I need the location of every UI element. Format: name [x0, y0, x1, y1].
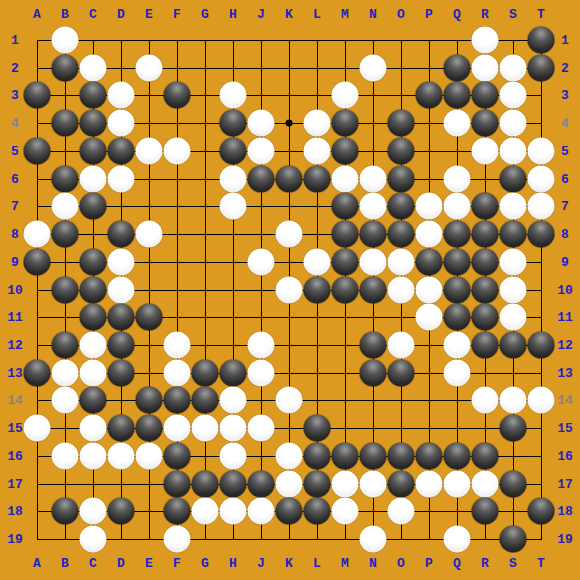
column-label-top: A [33, 7, 41, 22]
stone-black-T1[interactable] [528, 27, 555, 54]
stone-black-L16[interactable] [304, 442, 331, 469]
column-label-bottom: B [61, 556, 69, 571]
column-label-top: S [509, 7, 517, 22]
stone-black-B4[interactable] [52, 110, 79, 137]
stone-white-E5[interactable] [136, 137, 163, 164]
stone-white-Q13[interactable] [444, 359, 471, 386]
stone-black-R4[interactable] [472, 110, 499, 137]
column-label-top: J [257, 7, 265, 22]
stone-white-D3[interactable] [108, 82, 135, 109]
column-label-top: K [285, 7, 293, 22]
stone-black-Q11[interactable] [444, 304, 471, 331]
stone-black-F14[interactable] [164, 387, 191, 414]
stone-white-R1[interactable] [472, 27, 499, 54]
stone-black-R3[interactable] [472, 82, 499, 109]
column-label-bottom: L [313, 556, 321, 571]
column-label-bottom: O [397, 556, 405, 571]
row-label-right: 16 [557, 448, 573, 463]
stone-white-S11[interactable] [500, 304, 527, 331]
stone-white-N2[interactable] [360, 54, 387, 81]
stone-white-J9[interactable] [248, 248, 275, 275]
column-label-bottom: F [173, 556, 181, 571]
row-label-right: 2 [561, 60, 569, 75]
stone-white-L9[interactable] [304, 248, 331, 275]
stone-black-O16[interactable] [388, 442, 415, 469]
stone-black-J17[interactable] [248, 470, 275, 497]
column-label-top: D [117, 7, 125, 22]
stone-black-F16[interactable] [164, 442, 191, 469]
stone-black-S15[interactable] [500, 415, 527, 442]
stone-black-D5[interactable] [108, 137, 135, 164]
column-label-bottom: H [229, 556, 237, 571]
stone-white-P10[interactable] [416, 276, 443, 303]
stone-black-R7[interactable] [472, 193, 499, 220]
stone-black-Q16[interactable] [444, 442, 471, 469]
stone-white-N9[interactable] [360, 248, 387, 275]
stone-white-C19[interactable] [80, 526, 107, 553]
stone-white-P17[interactable] [416, 470, 443, 497]
stone-white-B7[interactable] [52, 193, 79, 220]
stone-black-S12[interactable] [500, 331, 527, 358]
stone-black-L18[interactable] [304, 498, 331, 525]
stone-white-K17[interactable] [276, 470, 303, 497]
stone-white-O9[interactable] [388, 248, 415, 275]
column-label-bottom: Q [453, 556, 461, 571]
column-label-bottom: E [145, 556, 153, 571]
column-label-top: N [369, 7, 377, 22]
row-label-left: 13 [7, 365, 23, 380]
stone-white-N6[interactable] [360, 165, 387, 192]
column-label-top: G [201, 7, 209, 22]
stone-black-A9[interactable] [24, 248, 51, 275]
stone-black-R9[interactable] [472, 248, 499, 275]
stone-white-O18[interactable] [388, 498, 415, 525]
stone-black-S6[interactable] [500, 165, 527, 192]
stone-white-K10[interactable] [276, 276, 303, 303]
column-label-bottom: R [481, 556, 489, 571]
column-label-top: E [145, 7, 153, 22]
column-label-bottom: S [509, 556, 517, 571]
star-point [286, 120, 293, 127]
stone-black-O4[interactable] [388, 110, 415, 137]
stone-white-H15[interactable] [220, 415, 247, 442]
stone-black-P3[interactable] [416, 82, 443, 109]
row-label-right: 15 [557, 421, 573, 436]
stone-black-T2[interactable] [528, 54, 555, 81]
row-label-left: 6 [11, 171, 19, 186]
row-label-left: 19 [7, 532, 23, 547]
stone-black-A5[interactable] [24, 137, 51, 164]
stone-white-H14[interactable] [220, 387, 247, 414]
stone-black-R11[interactable] [472, 304, 499, 331]
stone-black-H5[interactable] [220, 137, 247, 164]
stone-white-P7[interactable] [416, 193, 443, 220]
stone-white-H18[interactable] [220, 498, 247, 525]
row-label-left: 7 [11, 199, 19, 214]
stone-white-Q12[interactable] [444, 331, 471, 358]
stone-black-G17[interactable] [192, 470, 219, 497]
stone-white-G18[interactable] [192, 498, 219, 525]
stone-white-S2[interactable] [500, 54, 527, 81]
stone-black-H4[interactable] [220, 110, 247, 137]
stone-black-D12[interactable] [108, 331, 135, 358]
stone-black-M8[interactable] [332, 221, 359, 248]
stone-white-K14[interactable] [276, 387, 303, 414]
column-label-top: H [229, 7, 237, 22]
stone-black-G13[interactable] [192, 359, 219, 386]
stone-black-J6[interactable] [248, 165, 275, 192]
stone-white-R5[interactable] [472, 137, 499, 164]
stone-black-L6[interactable] [304, 165, 331, 192]
stone-white-L4[interactable] [304, 110, 331, 137]
stone-black-P16[interactable] [416, 442, 443, 469]
row-label-left: 16 [7, 448, 23, 463]
stone-black-R16[interactable] [472, 442, 499, 469]
stone-black-M5[interactable] [332, 137, 359, 164]
stone-black-R18[interactable] [472, 498, 499, 525]
stone-black-L10[interactable] [304, 276, 331, 303]
column-label-bottom: J [257, 556, 265, 571]
row-label-left: 5 [11, 143, 19, 158]
stone-white-M6[interactable] [332, 165, 359, 192]
stone-white-J15[interactable] [248, 415, 275, 442]
stone-black-Q3[interactable] [444, 82, 471, 109]
row-label-left: 4 [11, 116, 19, 131]
stone-black-O8[interactable] [388, 221, 415, 248]
stone-black-O13[interactable] [388, 359, 415, 386]
stone-white-J18[interactable] [248, 498, 275, 525]
stone-white-F13[interactable] [164, 359, 191, 386]
stone-white-F15[interactable] [164, 415, 191, 442]
stone-white-S7[interactable] [500, 193, 527, 220]
stone-white-P11[interactable] [416, 304, 443, 331]
stone-black-Q9[interactable] [444, 248, 471, 275]
stone-white-E2[interactable] [136, 54, 163, 81]
stone-white-S9[interactable] [500, 248, 527, 275]
column-label-top: L [313, 7, 321, 22]
stone-white-D9[interactable] [108, 248, 135, 275]
stone-black-D15[interactable] [108, 415, 135, 442]
stone-black-M16[interactable] [332, 442, 359, 469]
column-label-top: R [481, 7, 489, 22]
stone-white-T14[interactable] [528, 387, 555, 414]
stone-black-N16[interactable] [360, 442, 387, 469]
stone-white-D6[interactable] [108, 165, 135, 192]
stone-black-A13[interactable] [24, 359, 51, 386]
stone-white-H6[interactable] [220, 165, 247, 192]
stone-white-S10[interactable] [500, 276, 527, 303]
stone-white-L5[interactable] [304, 137, 331, 164]
stone-black-N10[interactable] [360, 276, 387, 303]
column-label-bottom: A [33, 556, 41, 571]
stone-black-M4[interactable] [332, 110, 359, 137]
stone-black-H17[interactable] [220, 470, 247, 497]
row-label-right: 17 [557, 476, 573, 491]
stone-black-O5[interactable] [388, 137, 415, 164]
stone-white-J13[interactable] [248, 359, 275, 386]
stone-black-L17[interactable] [304, 470, 331, 497]
row-label-right: 10 [557, 282, 573, 297]
column-label-bottom: G [201, 556, 209, 571]
row-label-right: 8 [561, 227, 569, 242]
stone-black-M10[interactable] [332, 276, 359, 303]
column-label-bottom: M [341, 556, 349, 571]
stone-white-C18[interactable] [80, 498, 107, 525]
row-label-left: 12 [7, 337, 23, 352]
stone-white-B14[interactable] [52, 387, 79, 414]
stone-black-H13[interactable] [220, 359, 247, 386]
stone-black-K18[interactable] [276, 498, 303, 525]
stone-black-N13[interactable] [360, 359, 387, 386]
stone-black-E11[interactable] [136, 304, 163, 331]
row-label-left: 9 [11, 254, 19, 269]
stone-white-Q6[interactable] [444, 165, 471, 192]
stone-black-S19[interactable] [500, 526, 527, 553]
column-label-bottom: N [369, 556, 377, 571]
grid-line-vertical [541, 40, 542, 540]
stone-black-D18[interactable] [108, 498, 135, 525]
stone-black-C14[interactable] [80, 387, 107, 414]
stone-black-R10[interactable] [472, 276, 499, 303]
stone-white-Q19[interactable] [444, 526, 471, 553]
stone-black-S17[interactable] [500, 470, 527, 497]
stone-white-C2[interactable] [80, 54, 107, 81]
stone-white-D16[interactable] [108, 442, 135, 469]
row-label-right: 7 [561, 199, 569, 214]
stone-black-O6[interactable] [388, 165, 415, 192]
stone-white-J5[interactable] [248, 137, 275, 164]
stone-white-T7[interactable] [528, 193, 555, 220]
column-label-top: F [173, 7, 181, 22]
row-label-left: 2 [11, 60, 19, 75]
stone-black-C7[interactable] [80, 193, 107, 220]
stone-black-O7[interactable] [388, 193, 415, 220]
row-label-right: 19 [557, 532, 573, 547]
stone-white-F19[interactable] [164, 526, 191, 553]
stone-white-B16[interactable] [52, 442, 79, 469]
stone-black-C11[interactable] [80, 304, 107, 331]
row-label-right: 5 [561, 143, 569, 158]
stone-black-R12[interactable] [472, 331, 499, 358]
stone-black-D11[interactable] [108, 304, 135, 331]
stone-black-K6[interactable] [276, 165, 303, 192]
stone-white-N7[interactable] [360, 193, 387, 220]
stone-black-N8[interactable] [360, 221, 387, 248]
stone-white-O10[interactable] [388, 276, 415, 303]
stone-black-P9[interactable] [416, 248, 443, 275]
column-label-bottom: D [117, 556, 125, 571]
stone-white-A8[interactable] [24, 221, 51, 248]
column-label-bottom: P [425, 556, 433, 571]
stone-white-N19[interactable] [360, 526, 387, 553]
stone-white-R2[interactable] [472, 54, 499, 81]
stone-black-D13[interactable] [108, 359, 135, 386]
stone-white-E16[interactable] [136, 442, 163, 469]
stone-black-T18[interactable] [528, 498, 555, 525]
stone-black-G14[interactable] [192, 387, 219, 414]
stone-black-A3[interactable] [24, 82, 51, 109]
stone-white-B1[interactable] [52, 27, 79, 54]
stone-white-D4[interactable] [108, 110, 135, 137]
row-label-left: 3 [11, 88, 19, 103]
stone-black-T12[interactable] [528, 331, 555, 358]
stone-white-B13[interactable] [52, 359, 79, 386]
stone-white-K8[interactable] [276, 221, 303, 248]
column-label-bottom: K [285, 556, 293, 571]
stone-white-K16[interactable] [276, 442, 303, 469]
stone-white-F12[interactable] [164, 331, 191, 358]
stone-black-Q2[interactable] [444, 54, 471, 81]
stone-black-B6[interactable] [52, 165, 79, 192]
stone-white-D10[interactable] [108, 276, 135, 303]
row-label-left: 11 [7, 310, 23, 325]
column-label-top: M [341, 7, 349, 22]
stone-white-C16[interactable] [80, 442, 107, 469]
row-label-right: 11 [557, 310, 573, 325]
stone-white-R17[interactable] [472, 470, 499, 497]
stone-black-Q8[interactable] [444, 221, 471, 248]
stone-black-C5[interactable] [80, 137, 107, 164]
stone-black-B8[interactable] [52, 221, 79, 248]
stone-white-M17[interactable] [332, 470, 359, 497]
stone-black-C9[interactable] [80, 248, 107, 275]
stone-white-S3[interactable] [500, 82, 527, 109]
column-label-top: C [89, 7, 97, 22]
row-label-right: 14 [557, 393, 573, 408]
row-label-left: 17 [7, 476, 23, 491]
stone-white-C13[interactable] [80, 359, 107, 386]
stone-black-R8[interactable] [472, 221, 499, 248]
column-label-bottom: C [89, 556, 97, 571]
row-label-right: 6 [561, 171, 569, 186]
stone-white-Q4[interactable] [444, 110, 471, 137]
row-label-right: 12 [557, 337, 573, 352]
row-label-left: 14 [7, 393, 23, 408]
stone-white-P8[interactable] [416, 221, 443, 248]
stone-white-J4[interactable] [248, 110, 275, 137]
stone-white-C12[interactable] [80, 331, 107, 358]
stone-white-S14[interactable] [500, 387, 527, 414]
row-label-right: 1 [561, 33, 569, 48]
stone-white-A15[interactable] [24, 415, 51, 442]
stone-black-T8[interactable] [528, 221, 555, 248]
stone-white-H7[interactable] [220, 193, 247, 220]
stone-white-T6[interactable] [528, 165, 555, 192]
stone-white-N17[interactable] [360, 470, 387, 497]
column-label-top: P [425, 7, 433, 22]
stone-white-O12[interactable] [388, 331, 415, 358]
stone-white-S5[interactable] [500, 137, 527, 164]
stone-white-Q17[interactable] [444, 470, 471, 497]
stone-black-L15[interactable] [304, 415, 331, 442]
stone-black-F17[interactable] [164, 470, 191, 497]
stone-black-M7[interactable] [332, 193, 359, 220]
row-label-right: 3 [561, 88, 569, 103]
stone-white-G15[interactable] [192, 415, 219, 442]
stone-black-D8[interactable] [108, 221, 135, 248]
row-label-right: 9 [561, 254, 569, 269]
stone-black-N12[interactable] [360, 331, 387, 358]
column-label-bottom: T [537, 556, 545, 571]
stone-white-C15[interactable] [80, 415, 107, 442]
stone-white-H16[interactable] [220, 442, 247, 469]
go-board[interactable]: AABBCCDDEEFFGGHHJJKKLLMMNNOOPPQQRRSSTT11… [0, 0, 580, 580]
stone-white-Q7[interactable] [444, 193, 471, 220]
row-label-right: 4 [561, 116, 569, 131]
stone-white-R14[interactable] [472, 387, 499, 414]
row-label-right: 13 [557, 365, 573, 380]
stone-black-B10[interactable] [52, 276, 79, 303]
stone-black-Q10[interactable] [444, 276, 471, 303]
stone-white-M3[interactable] [332, 82, 359, 109]
column-label-top: Q [453, 7, 461, 22]
stone-white-J12[interactable] [248, 331, 275, 358]
stone-black-B18[interactable] [52, 498, 79, 525]
stone-black-F18[interactable] [164, 498, 191, 525]
stone-black-S8[interactable] [500, 221, 527, 248]
stone-white-S4[interactable] [500, 110, 527, 137]
stone-white-C6[interactable] [80, 165, 107, 192]
stone-white-T5[interactable] [528, 137, 555, 164]
column-label-top: O [397, 7, 405, 22]
stone-black-C4[interactable] [80, 110, 107, 137]
stone-black-F3[interactable] [164, 82, 191, 109]
row-label-left: 1 [11, 33, 19, 48]
row-label-left: 8 [11, 227, 19, 242]
column-label-top: T [537, 7, 545, 22]
stone-black-B2[interactable] [52, 54, 79, 81]
row-label-right: 18 [557, 504, 573, 519]
stone-black-C10[interactable] [80, 276, 107, 303]
row-label-left: 10 [7, 282, 23, 297]
stone-black-E15[interactable] [136, 415, 163, 442]
stone-white-E8[interactable] [136, 221, 163, 248]
row-label-left: 15 [7, 421, 23, 436]
stone-black-C3[interactable] [80, 82, 107, 109]
row-label-left: 18 [7, 504, 23, 519]
stone-white-M18[interactable] [332, 498, 359, 525]
stone-white-F5[interactable] [164, 137, 191, 164]
stone-black-M9[interactable] [332, 248, 359, 275]
stone-black-E14[interactable] [136, 387, 163, 414]
stone-white-H3[interactable] [220, 82, 247, 109]
stone-black-B12[interactable] [52, 331, 79, 358]
column-label-top: B [61, 7, 69, 22]
stone-black-O17[interactable] [388, 470, 415, 497]
